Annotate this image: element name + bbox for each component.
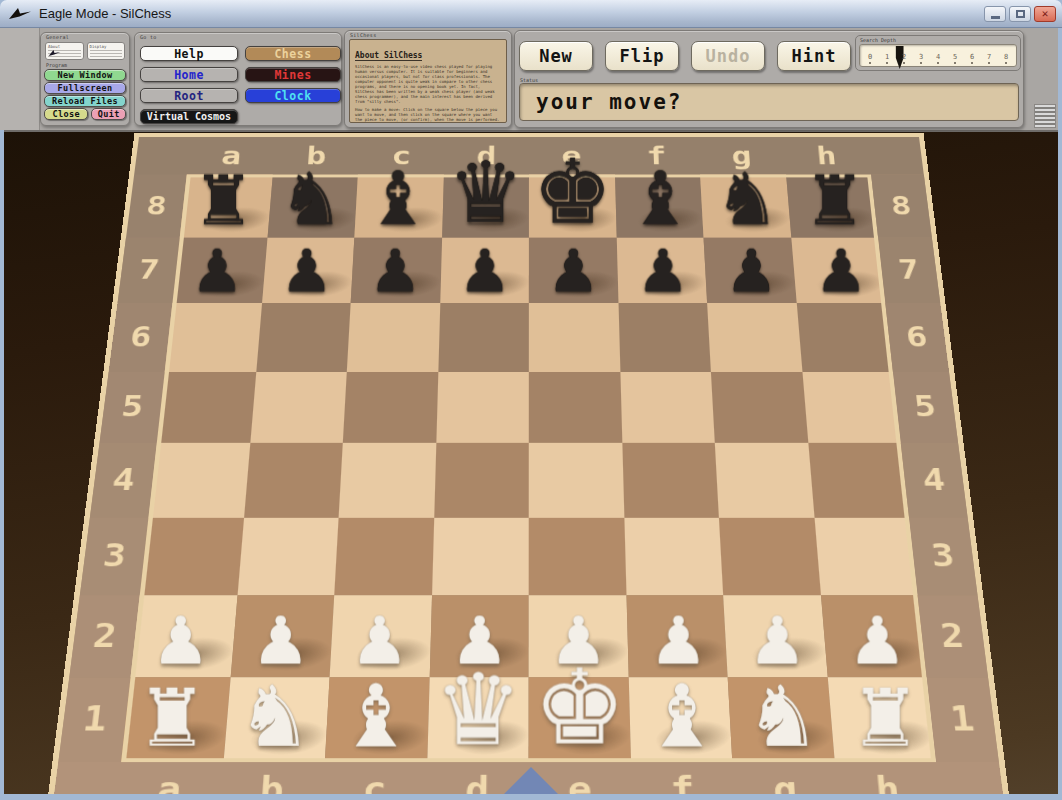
quit-button[interactable]: Quit (91, 108, 126, 120)
flip-button[interactable]: Flip (605, 41, 679, 71)
square-b8[interactable]: ♞ (267, 175, 358, 238)
slider-tick-0: 0 (866, 53, 874, 64)
home-button[interactable]: Home (140, 67, 238, 82)
square-b5[interactable] (250, 371, 347, 442)
file-label-f: f (630, 762, 735, 794)
rank-label-2: 2 (69, 595, 139, 677)
square-a8[interactable]: ♜ (180, 175, 273, 238)
square-h6[interactable] (796, 303, 893, 371)
search-depth-label: Search Depth (860, 37, 896, 43)
help-button[interactable]: Help (140, 46, 238, 61)
square-f1[interactable]: ♝ (628, 677, 732, 762)
title-bar[interactable]: Eagle Mode - SilChess ✕ (0, 0, 1062, 28)
piece-black-rook-a8[interactable]: ♜ (180, 167, 267, 235)
fullscreen-button[interactable]: Fullscreen (44, 82, 126, 94)
piece-black-pawn-e7[interactable]: ♟ (529, 242, 618, 301)
tiny-text-lines (90, 50, 123, 58)
square-a3[interactable] (140, 517, 244, 595)
piece-white-rook-h1[interactable]: ♜ (834, 680, 936, 760)
square-e8[interactable]: ♚ (529, 175, 616, 238)
slider-tick-7: 7 (985, 53, 993, 64)
slider-tick-8: 8 (1002, 53, 1010, 64)
piece-black-pawn-d7[interactable]: ♟ (440, 242, 529, 301)
square-e1[interactable]: ♚ (529, 677, 631, 762)
board-corner (936, 762, 1006, 794)
square-g4[interactable] (715, 443, 814, 518)
square-g3[interactable] (719, 517, 821, 595)
square-e7[interactable]: ♟ (529, 237, 618, 303)
rank-label-4: 4 (90, 443, 157, 518)
silchess-panel-label: SilChess (350, 32, 376, 38)
piece-black-king-e8[interactable]: ♚ (529, 146, 616, 235)
square-a1[interactable]: ♜ (121, 677, 230, 762)
piece-white-knight-g1[interactable]: ♞ (732, 675, 834, 759)
square-h4[interactable] (808, 443, 909, 518)
new-window-button[interactable]: New Window (44, 69, 126, 81)
square-c7[interactable]: ♟ (351, 237, 442, 303)
about-title: About SilChess (355, 51, 422, 61)
rank-label-6: 6 (885, 303, 949, 371)
about-eagle-mode-box[interactable]: About (45, 42, 84, 60)
piece-black-knight-g8[interactable]: ♞ (703, 163, 790, 235)
panel-left-strip (0, 28, 40, 130)
piece-white-knight-b1[interactable]: ♞ (223, 675, 325, 759)
rank-label-8: 8 (126, 175, 187, 238)
square-g7[interactable]: ♟ (704, 237, 797, 303)
piece-black-pawn-c7[interactable]: ♟ (351, 242, 440, 301)
square-d3[interactable] (431, 517, 528, 595)
square-d5[interactable] (436, 371, 529, 442)
piece-white-pawn-f2[interactable]: ♟ (628, 608, 727, 674)
square-f3[interactable] (624, 517, 723, 595)
close-app-button[interactable]: Close (44, 108, 88, 120)
rank-label-6: 6 (109, 303, 173, 371)
piece-black-rook-h8[interactable]: ♜ (791, 167, 878, 235)
square-a4[interactable] (148, 443, 249, 518)
square-g2[interactable]: ♟ (723, 595, 827, 677)
piece-white-king-e1[interactable]: ♚ (529, 656, 631, 760)
square-h2[interactable]: ♟ (820, 595, 926, 677)
new-game-button[interactable]: New (519, 41, 593, 71)
piece-black-pawn-b7[interactable]: ♟ (262, 242, 351, 301)
square-a2[interactable]: ♟ (131, 595, 237, 677)
file-label-b: b (218, 762, 324, 794)
rank-label-2: 2 (918, 595, 988, 677)
square-h8[interactable]: ♜ (786, 175, 878, 238)
piece-white-bishop-c1[interactable]: ♝ (325, 672, 427, 759)
file-label-c: c (322, 762, 427, 794)
display-box[interactable]: Display (87, 42, 126, 60)
slider-tick-4: 4 (934, 53, 942, 64)
square-a5[interactable] (157, 371, 256, 442)
panel-resize-grip[interactable] (1034, 104, 1056, 128)
mines-button[interactable]: Mines (245, 67, 341, 82)
chess-board: abcdefgh8♜♞♝♛♚♝♞♜87♟♟♟♟♟♟♟♟7665544332♟♟♟… (51, 137, 1005, 794)
goto-panel-label: Go to (140, 34, 157, 40)
clock-button[interactable]: Clock (245, 88, 341, 103)
square-b4[interactable] (244, 443, 343, 518)
square-b3[interactable] (237, 517, 339, 595)
undo-button[interactable]: Undo (691, 41, 765, 71)
piece-white-pawn-c2[interactable]: ♟ (330, 608, 429, 674)
piece-black-bishop-f8[interactable]: ♝ (616, 161, 703, 235)
slider-tick-5: 5 (951, 53, 959, 64)
general-panel-label: General (46, 34, 69, 40)
slider-tick-6: 6 (968, 53, 976, 64)
file-label-g: g (732, 762, 838, 794)
general-panel: General About Display Program New Window… (40, 32, 130, 126)
virtual-cosmos-button[interactable]: Virtual Cosmos (140, 109, 238, 124)
slider-tick-3: 3 (917, 53, 925, 64)
square-b1[interactable]: ♞ (223, 677, 330, 762)
square-d4[interactable] (434, 443, 529, 518)
rank-label-3: 3 (909, 517, 977, 595)
square-g5[interactable] (711, 371, 808, 442)
piece-black-bishop-c8[interactable]: ♝ (354, 161, 441, 235)
square-f8[interactable]: ♝ (615, 175, 704, 238)
goto-panel: Go to Help Chess Home Mines Root Clock V… (134, 32, 342, 126)
square-b7[interactable]: ♟ (262, 237, 355, 303)
rank-label-7: 7 (878, 237, 940, 303)
square-c6[interactable] (347, 303, 440, 371)
square-d6[interactable] (438, 303, 529, 371)
app-window: Eagle Mode - SilChess ✕ General About Di… (0, 0, 1062, 800)
piece-black-knight-b8[interactable]: ♞ (267, 163, 354, 235)
about-paragraph: SilChess is an easy-to-use video chess p… (355, 64, 501, 104)
square-c4[interactable] (339, 443, 436, 518)
about-text-box: About SilChess SilChess is an easy-to-us… (349, 39, 507, 123)
square-d7[interactable]: ♟ (440, 237, 529, 303)
control-panel: General About Display Program New Window… (4, 28, 1058, 132)
square-e4[interactable] (529, 443, 624, 518)
eagle-icon (8, 6, 32, 21)
rank-label-1: 1 (927, 677, 999, 762)
square-g1[interactable]: ♞ (728, 677, 835, 762)
piece-white-pawn-h2[interactable]: ♟ (827, 608, 926, 674)
reload-files-button[interactable]: Reload Files (44, 95, 126, 107)
window-title: Eagle Mode - SilChess (39, 6, 981, 21)
piece-white-rook-a1[interactable]: ♜ (121, 680, 223, 760)
silchess-controls-panel: New Flip Undo Hint Search Depth 0 1 2 3 … (514, 30, 1024, 128)
rank-label-8: 8 (871, 175, 932, 238)
piece-white-bishop-f1[interactable]: ♝ (630, 672, 732, 759)
square-a7[interactable]: ♟ (172, 237, 267, 303)
piece-white-queen-d1[interactable]: ♛ (427, 660, 529, 759)
square-e3[interactable] (529, 517, 626, 595)
hint-button[interactable]: Hint (777, 41, 851, 71)
square-h3[interactable] (814, 517, 918, 595)
piece-black-pawn-g7[interactable]: ♟ (707, 242, 796, 301)
square-c8[interactable]: ♝ (354, 175, 443, 238)
board-viewport: abcdefgh8♜♞♝♛♚♝♞♜87♟♟♟♟♟♟♟♟7665544332♟♟♟… (4, 132, 1058, 794)
piece-white-pawn-a2[interactable]: ♟ (131, 608, 230, 674)
square-e6[interactable] (529, 303, 620, 371)
minimize-icon (991, 16, 1000, 19)
maximize-button[interactable] (1009, 6, 1031, 22)
rank-label-1: 1 (58, 677, 130, 762)
file-label-a: a (115, 762, 223, 794)
square-a6[interactable] (165, 303, 262, 371)
square-f7[interactable]: ♟ (616, 237, 707, 303)
about-silchess-panel: SilChess About SilChess SilChess is an e… (344, 30, 512, 128)
rank-label-5: 5 (100, 371, 165, 442)
square-f6[interactable] (618, 303, 711, 371)
eagle-icon-small (48, 49, 61, 57)
close-button[interactable]: ✕ (1034, 6, 1056, 22)
chess-button[interactable]: Chess (245, 46, 341, 61)
square-f5[interactable] (620, 371, 715, 442)
square-d1[interactable]: ♛ (427, 677, 529, 762)
square-g8[interactable]: ♞ (700, 175, 791, 238)
board-corner (51, 762, 121, 794)
square-c5[interactable] (343, 371, 438, 442)
program-label: Program (46, 62, 129, 68)
rank-label-7: 7 (118, 237, 180, 303)
root-button[interactable]: Root (140, 88, 238, 103)
rank-label-3: 3 (80, 517, 149, 595)
piece-black-pawn-a7[interactable]: ♟ (173, 242, 262, 301)
status-field: your move? (519, 83, 1019, 121)
minimize-button[interactable] (984, 6, 1006, 22)
piece-black-pawn-h7[interactable]: ♟ (796, 242, 885, 301)
slider-tick-2: 2 (900, 53, 908, 64)
maximize-icon (1016, 10, 1025, 18)
rank-label-4: 4 (901, 443, 968, 518)
piece-white-pawn-g2[interactable]: ♟ (727, 608, 826, 674)
square-h5[interactable] (802, 371, 901, 442)
piece-black-pawn-f7[interactable]: ♟ (618, 242, 707, 301)
square-e5[interactable] (529, 371, 622, 442)
rank-label-5: 5 (893, 371, 958, 442)
slider-tick-1: 1 (883, 53, 891, 64)
square-h7[interactable]: ♟ (791, 237, 886, 303)
square-c1[interactable]: ♝ (325, 677, 429, 762)
square-f4[interactable] (622, 443, 719, 518)
search-depth-panel: Search Depth 0 1 2 3 4 5 6 7 8 (855, 35, 1021, 71)
square-h1[interactable]: ♜ (827, 677, 936, 762)
square-c3[interactable] (334, 517, 433, 595)
piece-black-queen-d8[interactable]: ♛ (442, 151, 529, 236)
square-d8[interactable]: ♛ (442, 175, 529, 238)
nav-marker-triangle[interactable] (504, 767, 558, 794)
search-depth-slider[interactable]: 0 1 2 3 4 5 6 7 8 (859, 44, 1017, 67)
close-icon: ✕ (1042, 7, 1049, 20)
about-paragraph: How to make a move: Click on the square … (355, 107, 501, 122)
square-b6[interactable] (256, 303, 351, 371)
square-b2[interactable]: ♟ (230, 595, 334, 677)
piece-white-pawn-b2[interactable]: ♟ (230, 608, 329, 674)
file-label-h: h (834, 762, 942, 794)
square-g6[interactable] (707, 303, 802, 371)
